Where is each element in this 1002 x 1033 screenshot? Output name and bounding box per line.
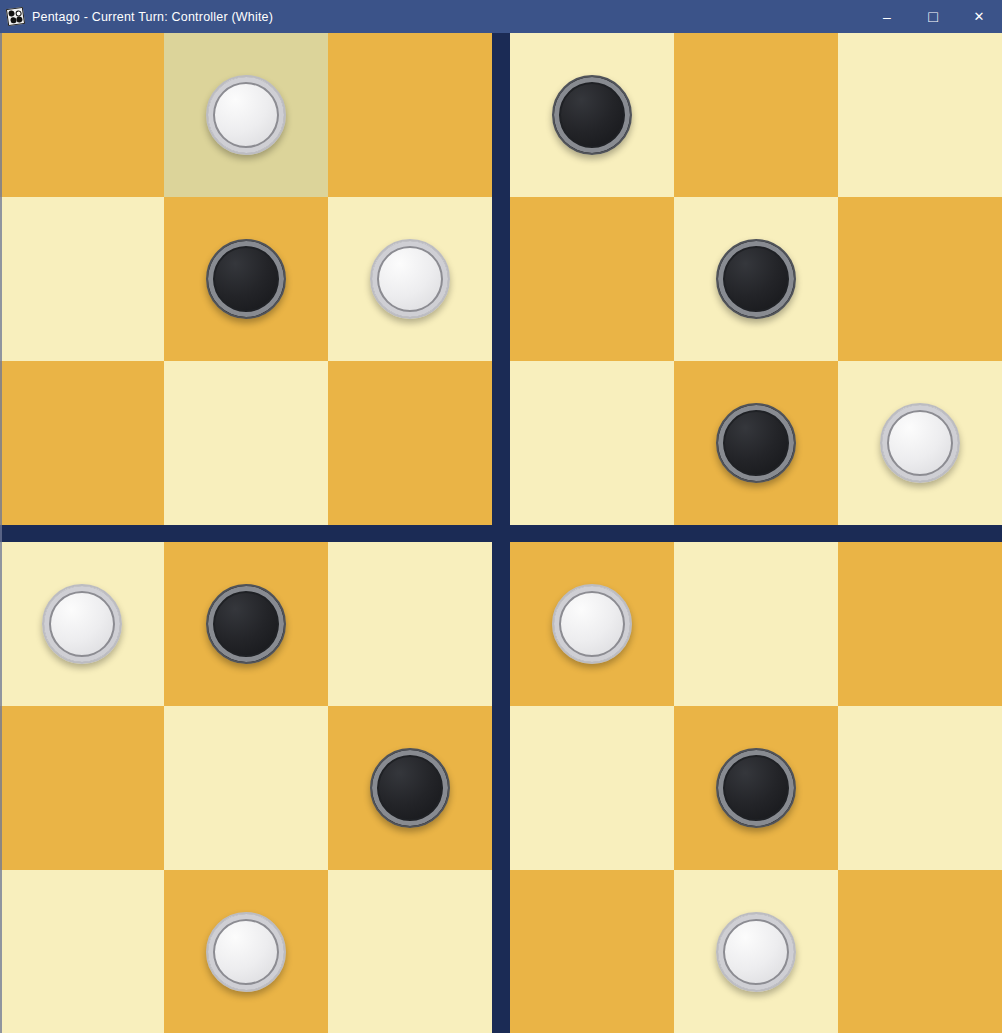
icon-black-marble-dot xyxy=(16,16,23,23)
cell-r0-c1-highlighted[interactable] xyxy=(164,33,328,197)
black-marble xyxy=(716,403,796,483)
cell-r2-c2[interactable] xyxy=(328,361,492,525)
cell-r4-c5[interactable] xyxy=(838,706,1002,870)
maximize-icon: □ xyxy=(928,8,938,26)
cell-r4-c3[interactable] xyxy=(510,706,674,870)
black-marble xyxy=(716,748,796,828)
cell-r4-c0[interactable] xyxy=(0,706,164,870)
cell-r2-c1[interactable] xyxy=(164,361,328,525)
cell-r5-c1[interactable] xyxy=(164,870,328,1033)
cell-r5-c4[interactable] xyxy=(674,870,838,1033)
cell-r5-c3[interactable] xyxy=(510,870,674,1033)
white-marble xyxy=(42,584,122,664)
close-icon: ✕ xyxy=(974,9,985,24)
quadrant-top-left[interactable] xyxy=(0,33,492,525)
cell-r1-c4[interactable] xyxy=(674,197,838,361)
cell-r1-c0[interactable] xyxy=(0,197,164,361)
cell-r4-c2[interactable] xyxy=(328,706,492,870)
white-marble xyxy=(716,912,796,992)
cell-r3-c3[interactable] xyxy=(510,542,674,706)
cell-r2-c5[interactable] xyxy=(838,361,1002,525)
cell-r5-c0[interactable] xyxy=(0,870,164,1033)
white-marble xyxy=(552,584,632,664)
close-button[interactable]: ✕ xyxy=(956,0,1002,33)
quadrant-top-right[interactable] xyxy=(510,33,1002,525)
maximize-button[interactable]: □ xyxy=(910,0,956,33)
minimize-icon: – xyxy=(883,9,891,25)
cell-r0-c3[interactable] xyxy=(510,33,674,197)
quadrant-bottom-right[interactable] xyxy=(510,542,1002,1033)
window-controls: – □ ✕ xyxy=(864,0,1002,33)
cell-r0-c0[interactable] xyxy=(0,33,164,197)
cell-r4-c1[interactable] xyxy=(164,706,328,870)
window-title: Pentago - Current Turn: Controller (Whit… xyxy=(32,10,273,24)
cell-r0-c5[interactable] xyxy=(838,33,1002,197)
cell-r3-c2[interactable] xyxy=(328,542,492,706)
cell-r1-c2[interactable] xyxy=(328,197,492,361)
white-marble xyxy=(370,239,450,319)
cell-r3-c5[interactable] xyxy=(838,542,1002,706)
cell-r3-c1[interactable] xyxy=(164,542,328,706)
cell-r5-c2[interactable] xyxy=(328,870,492,1033)
window-left-border xyxy=(0,33,2,1033)
black-marble xyxy=(206,239,286,319)
cell-r2-c0[interactable] xyxy=(0,361,164,525)
cell-r0-c2[interactable] xyxy=(328,33,492,197)
icon-black-marble-dot xyxy=(8,10,15,17)
black-marble xyxy=(370,748,450,828)
pentago-board xyxy=(0,33,1002,1033)
white-marble xyxy=(206,75,286,155)
white-marble xyxy=(880,403,960,483)
cell-r4-c4[interactable] xyxy=(674,706,838,870)
app-icon[interactable] xyxy=(6,7,25,26)
title-bar[interactable]: Pentago - Current Turn: Controller (Whit… xyxy=(0,0,1002,33)
cell-r3-c0[interactable] xyxy=(0,542,164,706)
cell-r1-c3[interactable] xyxy=(510,197,674,361)
black-marble xyxy=(552,75,632,155)
cell-r1-c1[interactable] xyxy=(164,197,328,361)
cell-r0-c4[interactable] xyxy=(674,33,838,197)
black-marble xyxy=(716,239,796,319)
quadrant-bottom-left[interactable] xyxy=(0,542,492,1033)
cell-r2-c4[interactable] xyxy=(674,361,838,525)
cell-r2-c3[interactable] xyxy=(510,361,674,525)
cell-r5-c5[interactable] xyxy=(838,870,1002,1033)
white-marble xyxy=(206,912,286,992)
cell-r3-c4[interactable] xyxy=(674,542,838,706)
pentago-window: Pentago - Current Turn: Controller (Whit… xyxy=(0,0,1002,1033)
cell-r1-c5[interactable] xyxy=(838,197,1002,361)
black-marble xyxy=(206,584,286,664)
